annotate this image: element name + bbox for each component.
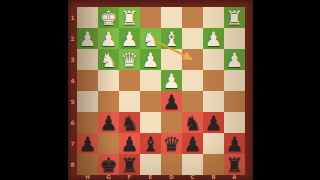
square-c4[interactable]: [182, 70, 203, 91]
white-rook[interactable]: ♜: [224, 7, 245, 28]
square-b5[interactable]: [203, 91, 224, 112]
square-g8[interactable]: ♚: [98, 154, 119, 175]
square-c5[interactable]: [182, 91, 203, 112]
white-pawn[interactable]: ♟: [119, 28, 140, 49]
square-c8[interactable]: [182, 154, 203, 175]
square-g5[interactable]: [98, 91, 119, 112]
file-label-b: B: [203, 175, 224, 180]
black-queen[interactable]: ♛: [161, 133, 182, 154]
square-f2[interactable]: ♟: [119, 28, 140, 49]
black-knight[interactable]: ♞: [182, 112, 203, 133]
square-h3[interactable]: [77, 49, 98, 70]
square-d8[interactable]: [161, 154, 182, 175]
file-label-c: C: [182, 175, 203, 180]
file-label-h: H: [77, 175, 98, 180]
black-rook[interactable]: ♜: [224, 154, 245, 175]
square-b2[interactable]: ♟: [203, 28, 224, 49]
white-pawn[interactable]: ♟: [224, 49, 245, 70]
white-pawn[interactable]: ♟: [161, 70, 182, 91]
rank-label-6: 6: [68, 112, 77, 133]
square-c7[interactable]: ♟: [182, 133, 203, 154]
square-a3[interactable]: ♟: [224, 49, 245, 70]
square-d2[interactable]: ♝: [161, 28, 182, 49]
square-a8[interactable]: ♜: [224, 154, 245, 175]
square-a1[interactable]: ♜: [224, 7, 245, 28]
square-h1[interactable]: [77, 7, 98, 28]
black-pawn[interactable]: ♟: [161, 91, 182, 112]
square-h6[interactable]: [77, 112, 98, 133]
rank-label-2: 2: [68, 28, 77, 49]
black-pawn[interactable]: ♟: [224, 133, 245, 154]
black-pawn[interactable]: ♟: [98, 112, 119, 133]
white-pawn[interactable]: ♟: [77, 28, 98, 49]
black-rook[interactable]: ♜: [119, 154, 140, 175]
square-g2[interactable]: ♟: [98, 28, 119, 49]
chess-board: ♚♜♜♟♟♟♞♝♟♞♛♟♟♟♟♟♞♞♟♟♟♝♛♟♟♚♜♜: [77, 7, 245, 175]
square-b7[interactable]: [203, 133, 224, 154]
square-c2[interactable]: [182, 28, 203, 49]
rank-label-8: 8: [68, 154, 77, 175]
board-frame: 12345678 HGFEDCBA ♚♜♜♟♟♟♞♝♟♞♛♟♟♟♟♟♞♞♟♟♟♝…: [68, 0, 253, 180]
square-e6[interactable]: [140, 112, 161, 133]
white-queen[interactable]: ♛: [119, 49, 140, 70]
square-b3[interactable]: [203, 49, 224, 70]
letterbox-left: [0, 0, 68, 180]
rank-label-5: 5: [68, 91, 77, 112]
square-f8[interactable]: ♜: [119, 154, 140, 175]
white-pawn[interactable]: ♟: [203, 28, 224, 49]
letterbox-right: [253, 0, 320, 180]
white-pawn[interactable]: ♟: [98, 28, 119, 49]
square-a6[interactable]: [224, 112, 245, 133]
square-f1[interactable]: ♜: [119, 7, 140, 28]
square-b6[interactable]: ♟: [203, 112, 224, 133]
file-label-g: G: [98, 175, 119, 180]
white-knight[interactable]: ♞: [140, 28, 161, 49]
rank-label-1: 1: [68, 7, 77, 28]
square-e7[interactable]: ♝: [140, 133, 161, 154]
square-a2[interactable]: [224, 28, 245, 49]
square-d4[interactable]: ♟: [161, 70, 182, 91]
black-pawn[interactable]: ♟: [182, 133, 203, 154]
black-knight[interactable]: ♞: [119, 112, 140, 133]
square-c3[interactable]: [182, 49, 203, 70]
square-g1[interactable]: ♚: [98, 7, 119, 28]
square-d6[interactable]: [161, 112, 182, 133]
file-label-a: A: [224, 175, 245, 180]
black-pawn[interactable]: ♟: [203, 112, 224, 133]
square-e8[interactable]: [140, 154, 161, 175]
black-pawn[interactable]: ♟: [119, 133, 140, 154]
file-label-f: F: [119, 175, 140, 180]
square-f6[interactable]: ♞: [119, 112, 140, 133]
square-a7[interactable]: ♟: [224, 133, 245, 154]
square-c6[interactable]: ♞: [182, 112, 203, 133]
square-f4[interactable]: [119, 70, 140, 91]
square-f7[interactable]: ♟: [119, 133, 140, 154]
square-d1[interactable]: [161, 7, 182, 28]
square-e1[interactable]: [140, 7, 161, 28]
square-e2[interactable]: ♞: [140, 28, 161, 49]
file-label-d: D: [161, 175, 182, 180]
black-bishop[interactable]: ♝: [140, 133, 161, 154]
square-a5[interactable]: [224, 91, 245, 112]
white-king[interactable]: ♚: [98, 7, 119, 28]
file-label-e: E: [140, 175, 161, 180]
square-h2[interactable]: ♟: [77, 28, 98, 49]
square-c1[interactable]: [182, 7, 203, 28]
black-king[interactable]: ♚: [98, 154, 119, 175]
square-h4[interactable]: [77, 70, 98, 91]
black-pawn[interactable]: ♟: [77, 133, 98, 154]
square-b1[interactable]: [203, 7, 224, 28]
square-g7[interactable]: [98, 133, 119, 154]
square-b4[interactable]: [203, 70, 224, 91]
square-f5[interactable]: [119, 91, 140, 112]
square-h8[interactable]: [77, 154, 98, 175]
square-f3[interactable]: ♛: [119, 49, 140, 70]
white-pawn[interactable]: ♟: [140, 49, 161, 70]
white-rook[interactable]: ♜: [119, 7, 140, 28]
rank-label-4: 4: [68, 70, 77, 91]
square-d3[interactable]: [161, 49, 182, 70]
square-e3[interactable]: ♟: [140, 49, 161, 70]
square-g6[interactable]: ♟: [98, 112, 119, 133]
rank-label-7: 7: [68, 133, 77, 154]
square-g4[interactable]: [98, 70, 119, 91]
white-bishop[interactable]: ♝: [161, 28, 182, 49]
white-knight[interactable]: ♞: [98, 49, 119, 70]
rank-label-3: 3: [68, 49, 77, 70]
square-d5[interactable]: ♟: [161, 91, 182, 112]
square-b8[interactable]: [203, 154, 224, 175]
square-h5[interactable]: [77, 91, 98, 112]
square-d7[interactable]: ♛: [161, 133, 182, 154]
square-a4[interactable]: [224, 70, 245, 91]
square-h7[interactable]: ♟: [77, 133, 98, 154]
square-g3[interactable]: ♞: [98, 49, 119, 70]
square-e4[interactable]: [140, 70, 161, 91]
square-e5[interactable]: [140, 91, 161, 112]
